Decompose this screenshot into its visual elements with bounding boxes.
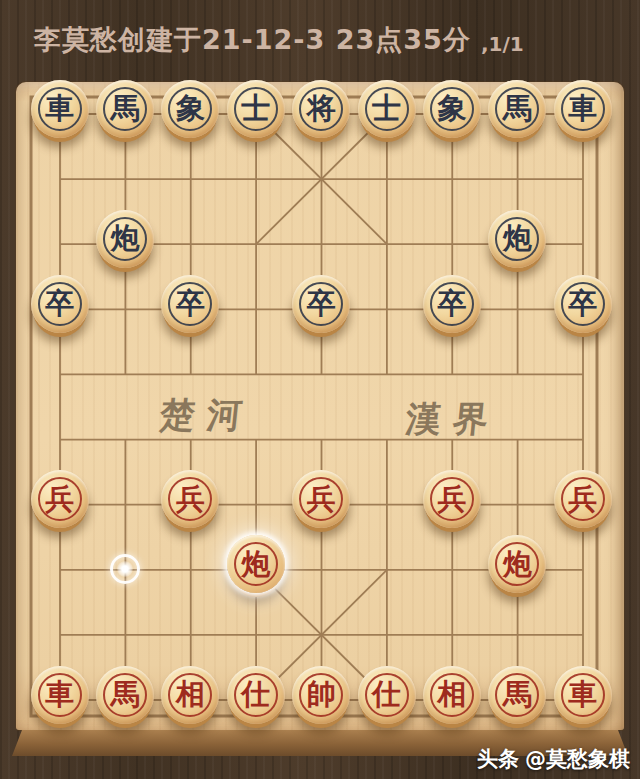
piece-ring <box>495 217 539 261</box>
piece-ring <box>561 673 605 717</box>
watermark-handle: @莫愁象棋 <box>525 745 630 773</box>
piece-black-horse[interactable]: 馬 <box>96 80 154 138</box>
piece-red-soldier[interactable]: 兵 <box>554 470 612 528</box>
piece-black-soldier[interactable]: 卒 <box>31 275 89 333</box>
piece-ring <box>561 477 605 521</box>
piece-ring <box>430 282 474 326</box>
piece-ring <box>495 673 539 717</box>
piece-ring <box>299 673 343 717</box>
piece-black-cannon[interactable]: 炮 <box>96 210 154 268</box>
piece-ring <box>299 87 343 131</box>
piece-ring <box>103 87 147 131</box>
piece-ring <box>168 87 212 131</box>
piece-black-elephant[interactable]: 象 <box>161 80 219 138</box>
piece-red-soldier[interactable]: 兵 <box>161 470 219 528</box>
piece-red-soldier[interactable]: 兵 <box>423 470 481 528</box>
piece-ring <box>168 282 212 326</box>
piece-red-advisor[interactable]: 仕 <box>227 666 285 724</box>
piece-black-advisor[interactable]: 士 <box>227 80 285 138</box>
piece-red-elephant[interactable]: 相 <box>423 666 481 724</box>
piece-red-soldier[interactable]: 兵 <box>292 470 350 528</box>
watermark-brand: 头条 <box>477 745 519 773</box>
piece-black-soldier[interactable]: 卒 <box>161 275 219 333</box>
piece-ring <box>168 673 212 717</box>
piece-ring <box>430 87 474 131</box>
piece-black-general[interactable]: 将 <box>292 80 350 138</box>
page-background: 李莫愁创建于21-12-3 23点35分 ,1/1 <box>0 0 640 779</box>
piece-ring <box>168 477 212 521</box>
piece-ring <box>299 477 343 521</box>
piece-ring <box>495 542 539 586</box>
piece-red-chariot[interactable]: 車 <box>554 666 612 724</box>
piece-black-soldier[interactable]: 卒 <box>554 275 612 333</box>
piece-red-soldier[interactable]: 兵 <box>31 470 89 528</box>
piece-red-horse[interactable]: 馬 <box>488 666 546 724</box>
piece-red-general[interactable]: 帥 <box>292 666 350 724</box>
piece-ring <box>103 217 147 261</box>
piece-black-soldier[interactable]: 卒 <box>423 275 481 333</box>
piece-ring <box>495 87 539 131</box>
piece-ring <box>38 87 82 131</box>
piece-ring <box>365 87 409 131</box>
piece-red-chariot[interactable]: 車 <box>31 666 89 724</box>
piece-ring <box>299 282 343 326</box>
piece-ring <box>430 673 474 717</box>
piece-red-horse[interactable]: 馬 <box>96 666 154 724</box>
piece-ring <box>430 477 474 521</box>
piece-red-cannon[interactable]: 炮 <box>227 535 285 593</box>
piece-ring <box>103 673 147 717</box>
piece-ring <box>365 673 409 717</box>
piece-black-soldier[interactable]: 卒 <box>292 275 350 333</box>
piece-ring <box>561 282 605 326</box>
piece-black-chariot[interactable]: 車 <box>31 80 89 138</box>
last-move-origin-marker <box>110 554 140 584</box>
piece-black-chariot[interactable]: 車 <box>554 80 612 138</box>
board-grid[interactable]: 車馬象士将士象馬車炮炮卒卒卒卒卒兵兵兵兵兵炮炮車馬相仕帥仕相馬車 <box>27 81 615 732</box>
piece-ring <box>234 673 278 717</box>
piece-ring <box>561 87 605 131</box>
piece-black-advisor[interactable]: 士 <box>358 80 416 138</box>
piece-ring <box>234 542 278 586</box>
header: 李莫愁创建于21-12-3 23点35分 ,1/1 <box>0 0 640 80</box>
piece-black-cannon[interactable]: 炮 <box>488 210 546 268</box>
page-title: 李莫愁创建于21-12-3 23点35分 <box>34 22 471 58</box>
piece-ring <box>234 87 278 131</box>
piece-red-elephant[interactable]: 相 <box>161 666 219 724</box>
piece-ring <box>38 477 82 521</box>
piece-red-advisor[interactable]: 仕 <box>358 666 416 724</box>
piece-black-elephant[interactable]: 象 <box>423 80 481 138</box>
watermark: 头条 @莫愁象棋 <box>477 745 630 773</box>
piece-ring <box>38 282 82 326</box>
page-indicator: ,1/1 <box>481 32 524 56</box>
piece-ring <box>38 673 82 717</box>
piece-red-cannon[interactable]: 炮 <box>488 535 546 593</box>
piece-black-horse[interactable]: 馬 <box>488 80 546 138</box>
